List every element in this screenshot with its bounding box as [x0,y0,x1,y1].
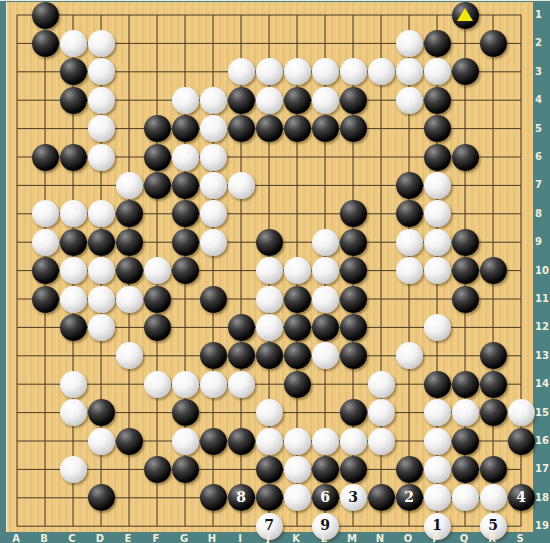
black-stone[interactable] [228,115,255,142]
column-label-F: F [146,533,166,543]
column-label-S: S [510,533,530,543]
triangle-marker-icon [457,8,473,21]
white-stone[interactable] [312,428,339,455]
white-stone[interactable] [424,399,451,426]
white-stone[interactable] [284,484,311,511]
black-stone[interactable] [396,456,423,483]
row-label-4: 4 [535,94,550,105]
black-stone[interactable] [396,200,423,227]
black-stone[interactable] [144,314,171,341]
white-stone[interactable] [60,200,87,227]
column-label-K: K [286,533,306,543]
column-label-L: L [314,533,334,543]
black-stone[interactable] [508,428,535,455]
row-label-17: 17 [535,463,550,474]
white-stone[interactable] [396,342,423,369]
white-stone[interactable] [256,399,283,426]
black-stone[interactable] [144,456,171,483]
white-stone[interactable] [200,87,227,114]
black-stone[interactable] [144,115,171,142]
column-label-O: O [398,533,418,543]
white-stone[interactable] [284,58,311,85]
row-label-9: 9 [535,236,550,247]
black-stone[interactable] [228,428,255,455]
black-stone[interactable] [424,371,451,398]
white-stone[interactable] [312,58,339,85]
white-stone[interactable] [424,484,451,511]
white-stone[interactable] [60,371,87,398]
black-stone[interactable] [340,456,367,483]
black-stone[interactable] [368,484,395,511]
black-stone[interactable] [172,456,199,483]
column-label-R: R [482,533,502,543]
white-stone[interactable] [88,314,115,341]
black-stone[interactable] [340,115,367,142]
black-stone[interactable] [424,30,451,57]
white-stone[interactable] [480,484,507,511]
white-stone[interactable] [312,87,339,114]
move-number-label: 6 [320,490,330,504]
row-label-13: 13 [535,350,550,361]
black-stone[interactable] [312,115,339,142]
white-stone[interactable] [312,342,339,369]
white-stone[interactable] [284,428,311,455]
black-stone[interactable] [340,87,367,114]
column-label-E: E [118,533,138,543]
white-stone[interactable] [256,314,283,341]
black-stone[interactable] [88,399,115,426]
black-stone[interactable] [200,342,227,369]
black-stone[interactable] [228,314,255,341]
black-stone[interactable] [312,314,339,341]
black-stone[interactable] [340,257,367,284]
white-stone[interactable] [88,87,115,114]
white-stone[interactable] [172,428,199,455]
white-stone[interactable] [424,257,451,284]
black-stone[interactable] [480,371,507,398]
white-stone[interactable] [424,229,451,256]
column-label-C: C [62,533,82,543]
black-stone[interactable] [172,399,199,426]
column-label-Q: Q [454,533,474,543]
white-stone[interactable] [200,172,227,199]
black-stone[interactable] [452,456,479,483]
black-stone[interactable] [340,229,367,256]
black-stone[interactable] [340,314,367,341]
column-label-M: M [342,533,362,543]
white-stone[interactable] [144,257,171,284]
move-number-label: 8 [236,490,246,504]
black-stone[interactable] [200,286,227,313]
black-stone[interactable] [480,456,507,483]
column-label-G: G [174,533,194,543]
black-stone[interactable] [200,428,227,455]
white-stone[interactable] [284,257,311,284]
black-stone[interactable] [172,257,199,284]
white-stone[interactable] [424,200,451,227]
black-stone[interactable] [256,456,283,483]
white-stone[interactable] [116,172,143,199]
black-stone[interactable] [256,115,283,142]
row-label-2: 2 [535,37,550,48]
black-stone[interactable] [172,115,199,142]
black-stone[interactable] [452,428,479,455]
black-stone[interactable] [32,2,59,29]
white-stone[interactable] [312,257,339,284]
move-number-label: 2 [404,490,414,504]
black-stone[interactable] [172,229,199,256]
row-label-3: 3 [535,66,550,77]
row-label-12: 12 [535,321,550,332]
black-stone[interactable] [424,115,451,142]
black-stone[interactable] [32,144,59,171]
move-number-label: 9 [320,518,330,532]
white-stone[interactable] [256,58,283,85]
white-stone[interactable] [368,371,395,398]
black-stone[interactable] [452,371,479,398]
white-stone[interactable] [60,456,87,483]
black-stone[interactable]: 4 [508,484,535,511]
white-stone[interactable] [200,200,227,227]
white-stone[interactable] [424,428,451,455]
black-stone[interactable] [340,342,367,369]
black-stone[interactable] [424,144,451,171]
black-stone[interactable] [116,229,143,256]
black-stone[interactable] [144,286,171,313]
white-stone[interactable] [172,144,199,171]
white-stone[interactable] [396,87,423,114]
white-stone[interactable] [340,58,367,85]
white-stone[interactable] [396,58,423,85]
white-stone[interactable] [424,456,451,483]
row-label-8: 8 [535,208,550,219]
white-stone[interactable] [452,484,479,511]
black-stone[interactable] [116,257,143,284]
white-stone[interactable] [228,371,255,398]
black-stone[interactable] [200,484,227,511]
black-stone[interactable] [340,399,367,426]
white-stone[interactable] [88,257,115,284]
black-stone[interactable] [60,58,87,85]
white-stone[interactable] [284,456,311,483]
black-stone[interactable] [144,144,171,171]
column-label-D: D [90,533,110,543]
row-label-14: 14 [535,378,550,389]
black-stone[interactable] [32,30,59,57]
white-stone[interactable] [312,229,339,256]
white-stone[interactable] [200,371,227,398]
row-label-10: 10 [535,265,550,276]
black-stone[interactable] [144,172,171,199]
white-stone[interactable] [60,399,87,426]
black-stone[interactable] [452,229,479,256]
column-label-I: I [230,533,250,543]
move-number-label: 7 [264,518,274,532]
black-stone[interactable] [284,342,311,369]
move-number-label: 3 [348,490,358,504]
column-label-H: H [202,533,222,543]
white-stone[interactable] [200,144,227,171]
row-label-16: 16 [535,435,550,446]
black-stone[interactable] [88,484,115,511]
black-stone[interactable] [480,257,507,284]
white-stone[interactable] [424,172,451,199]
black-stone[interactable]: 6 [312,484,339,511]
white-stone[interactable] [368,428,395,455]
white-stone[interactable] [88,286,115,313]
white-stone[interactable] [88,428,115,455]
black-stone[interactable] [116,428,143,455]
black-stone[interactable] [32,286,59,313]
white-stone[interactable] [256,428,283,455]
black-stone[interactable] [256,229,283,256]
white-stone[interactable] [424,58,451,85]
white-stone[interactable] [452,399,479,426]
black-stone[interactable] [172,200,199,227]
black-stone[interactable] [256,342,283,369]
white-stone[interactable] [116,342,143,369]
row-label-6: 6 [535,151,550,162]
row-label-19: 19 [535,520,550,531]
white-stone[interactable]: 3 [340,484,367,511]
black-stone[interactable] [452,2,479,29]
column-label-B: B [34,533,54,543]
go-game-screenshot: 863247915 ABCDEFGHIJKLMNOPQRS 1234567891… [0,0,550,543]
black-stone[interactable]: 2 [396,484,423,511]
row-label-7: 7 [535,179,550,190]
row-label-15: 15 [535,407,550,418]
white-stone[interactable] [396,229,423,256]
black-stone[interactable] [60,229,87,256]
row-label-1: 1 [535,9,550,20]
black-stone[interactable] [256,484,283,511]
white-stone[interactable] [88,115,115,142]
move-number-label: 1 [432,518,442,532]
column-label-N: N [370,533,390,543]
white-stone[interactable] [116,286,143,313]
white-stone[interactable] [172,371,199,398]
black-stone[interactable] [88,229,115,256]
white-stone[interactable] [256,87,283,114]
black-stone[interactable] [452,257,479,284]
black-stone[interactable] [480,342,507,369]
black-stone[interactable] [452,58,479,85]
white-stone[interactable] [60,257,87,284]
white-stone[interactable] [368,399,395,426]
black-stone[interactable] [480,399,507,426]
black-stone[interactable] [340,200,367,227]
white-stone[interactable] [256,286,283,313]
black-stone[interactable] [284,286,311,313]
black-stone[interactable] [228,87,255,114]
white-stone[interactable] [88,58,115,85]
black-stone[interactable] [172,172,199,199]
black-stone[interactable] [284,115,311,142]
white-stone[interactable] [312,286,339,313]
black-stone[interactable] [116,200,143,227]
row-label-5: 5 [535,123,550,134]
go-board[interactable]: 863247915 [6,2,533,532]
black-stone[interactable] [396,172,423,199]
move-number-label: 5 [488,518,498,532]
white-stone[interactable] [228,172,255,199]
white-stone[interactable] [396,257,423,284]
black-stone[interactable] [60,87,87,114]
black-stone[interactable]: 8 [228,484,255,511]
black-stone[interactable] [60,144,87,171]
row-label-11: 11 [535,293,550,304]
white-stone[interactable] [32,229,59,256]
white-stone[interactable] [340,428,367,455]
black-stone[interactable] [480,30,507,57]
white-stone[interactable] [88,30,115,57]
white-stone[interactable] [144,371,171,398]
black-stone[interactable] [284,314,311,341]
column-label-J: J [258,533,278,543]
black-stone[interactable] [452,144,479,171]
row-label-18: 18 [535,492,550,503]
white-stone[interactable] [200,115,227,142]
white-stone[interactable] [88,200,115,227]
white-stone[interactable] [32,200,59,227]
black-stone[interactable] [60,314,87,341]
column-label-A: A [6,533,26,543]
white-stone[interactable] [88,144,115,171]
black-stone[interactable] [32,257,59,284]
column-label-P: P [426,533,446,543]
white-stone[interactable] [368,58,395,85]
move-number-label: 4 [516,490,526,504]
white-stone[interactable] [508,399,535,426]
white-stone[interactable] [60,30,87,57]
black-stone[interactable] [284,87,311,114]
black-stone[interactable] [452,286,479,313]
white-stone[interactable] [396,30,423,57]
white-stone[interactable] [172,87,199,114]
black-stone[interactable] [312,456,339,483]
black-stone[interactable] [424,87,451,114]
black-stone[interactable] [284,371,311,398]
white-stone[interactable] [200,229,227,256]
white-stone[interactable] [228,58,255,85]
white-stone[interactable] [256,257,283,284]
white-stone[interactable] [60,286,87,313]
black-stone[interactable] [228,342,255,369]
black-stone[interactable] [340,286,367,313]
white-stone[interactable] [424,314,451,341]
